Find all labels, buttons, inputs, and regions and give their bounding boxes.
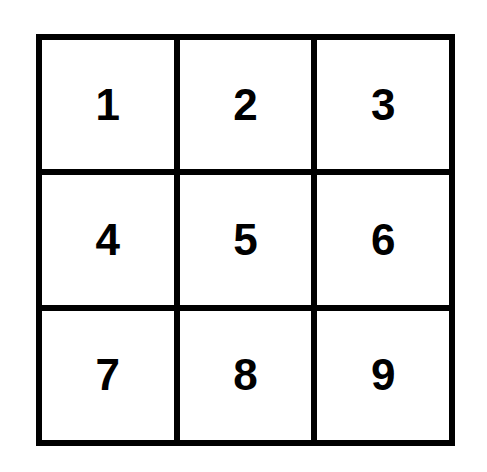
grid-cell-2[interactable]: 2 xyxy=(180,40,312,169)
grid-cell-8[interactable]: 8 xyxy=(180,311,312,440)
grid-cell-6[interactable]: 6 xyxy=(317,175,449,304)
grid-cell-3[interactable]: 3 xyxy=(317,40,449,169)
page-canvas: 123456789 xyxy=(0,0,487,472)
grid-cell-7[interactable]: 7 xyxy=(42,311,174,440)
grid-cell-4[interactable]: 4 xyxy=(42,175,174,304)
grid-cell-9[interactable]: 9 xyxy=(317,311,449,440)
grid-cell-1[interactable]: 1 xyxy=(42,40,174,169)
grid-cell-5[interactable]: 5 xyxy=(180,175,312,304)
number-grid-board: 123456789 xyxy=(36,34,455,446)
